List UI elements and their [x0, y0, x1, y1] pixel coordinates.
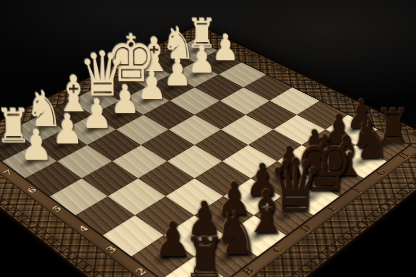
white-queen[interactable]: ♛ — [79, 43, 124, 104]
piece-shadow — [182, 68, 209, 82]
white-bishop[interactable]: ♝ — [133, 31, 176, 78]
square-h6[interactable] — [219, 62, 267, 87]
white-pawn[interactable]: ♟ — [130, 66, 175, 104]
piece-shadow — [159, 56, 185, 69]
square-g8[interactable]: ♞ — [148, 50, 195, 74]
square-f7[interactable]: ♟ — [146, 74, 195, 100]
chess-board: 87654321 ABCDEFGH ♜♞♝♛♚♝♞♜♟♟♟♟♟♟♟♟♟♟♟♟♟♟… — [0, 24, 416, 277]
square-f8[interactable]: ♝ — [123, 62, 171, 87]
perspective-wrapper: 87654321 ABCDEFGH ♜♞♝♛♚♝♞♜♟♟♟♟♟♟♟♟♟♟♟♟♟♟… — [0, 0, 416, 277]
black-rook[interactable]: ♜ — [176, 230, 234, 277]
white-pawn[interactable]: ♟ — [156, 54, 200, 92]
white-pawn[interactable]: ♟ — [74, 94, 121, 134]
square-e5[interactable] — [168, 114, 220, 144]
square-h4[interactable] — [270, 87, 320, 114]
square-e8[interactable]: ♚ — [97, 74, 146, 100]
square-g7[interactable]: ♟ — [171, 62, 219, 87]
white-pawn[interactable]: ♟ — [12, 124, 62, 166]
white-pawn[interactable]: ♟ — [181, 41, 224, 78]
square-g6[interactable] — [195, 74, 244, 100]
piece-shadow — [53, 107, 82, 123]
square-c6[interactable] — [87, 129, 141, 161]
square-d8[interactable]: ♛ — [70, 87, 120, 114]
square-f5[interactable] — [195, 100, 246, 129]
piece-shadow — [135, 68, 162, 82]
square-g5[interactable] — [220, 87, 270, 114]
piece-shadow — [105, 107, 134, 123]
square-e7[interactable]: ♟ — [120, 87, 170, 114]
square-d7[interactable]: ♟ — [92, 100, 143, 129]
piece-shadow — [76, 121, 106, 138]
square-h5[interactable] — [244, 74, 293, 100]
white-pawn[interactable]: ♟ — [205, 30, 247, 66]
square-c7[interactable]: ♟ — [64, 114, 116, 144]
square-f6[interactable] — [170, 87, 220, 114]
white-pawn[interactable]: ♟ — [102, 80, 148, 119]
piece-shadow — [132, 93, 160, 108]
square-h7[interactable]: ♟ — [195, 50, 242, 74]
piece-shadow — [183, 44, 209, 57]
piece-shadow — [206, 56, 232, 69]
piece-shadow — [158, 80, 186, 95]
square-d6[interactable] — [116, 114, 168, 144]
white-knight[interactable]: ♞ — [158, 21, 200, 65]
square-e6[interactable] — [144, 100, 195, 129]
chess-photo-scene: 87654321 ABCDEFGH ♜♞♝♛♚♝♞♜♟♟♟♟♟♟♟♟♟♟♟♟♟♟… — [0, 0, 416, 277]
piece-shadow — [109, 80, 137, 95]
piece-shadow — [82, 93, 111, 108]
white-rook[interactable]: ♜ — [182, 14, 223, 54]
white-bishop[interactable]: ♝ — [51, 69, 97, 119]
white-king[interactable]: ♚ — [106, 26, 150, 91]
board-grid: ♜♞♝♛♚♝♞♜♟♟♟♟♟♟♟♟♟♟♟♟♟♟♟♟♜♞♝♛♚♝♞♜ — [0, 39, 409, 277]
square-b5[interactable] — [82, 161, 138, 196]
square-h8[interactable]: ♜ — [172, 39, 218, 62]
